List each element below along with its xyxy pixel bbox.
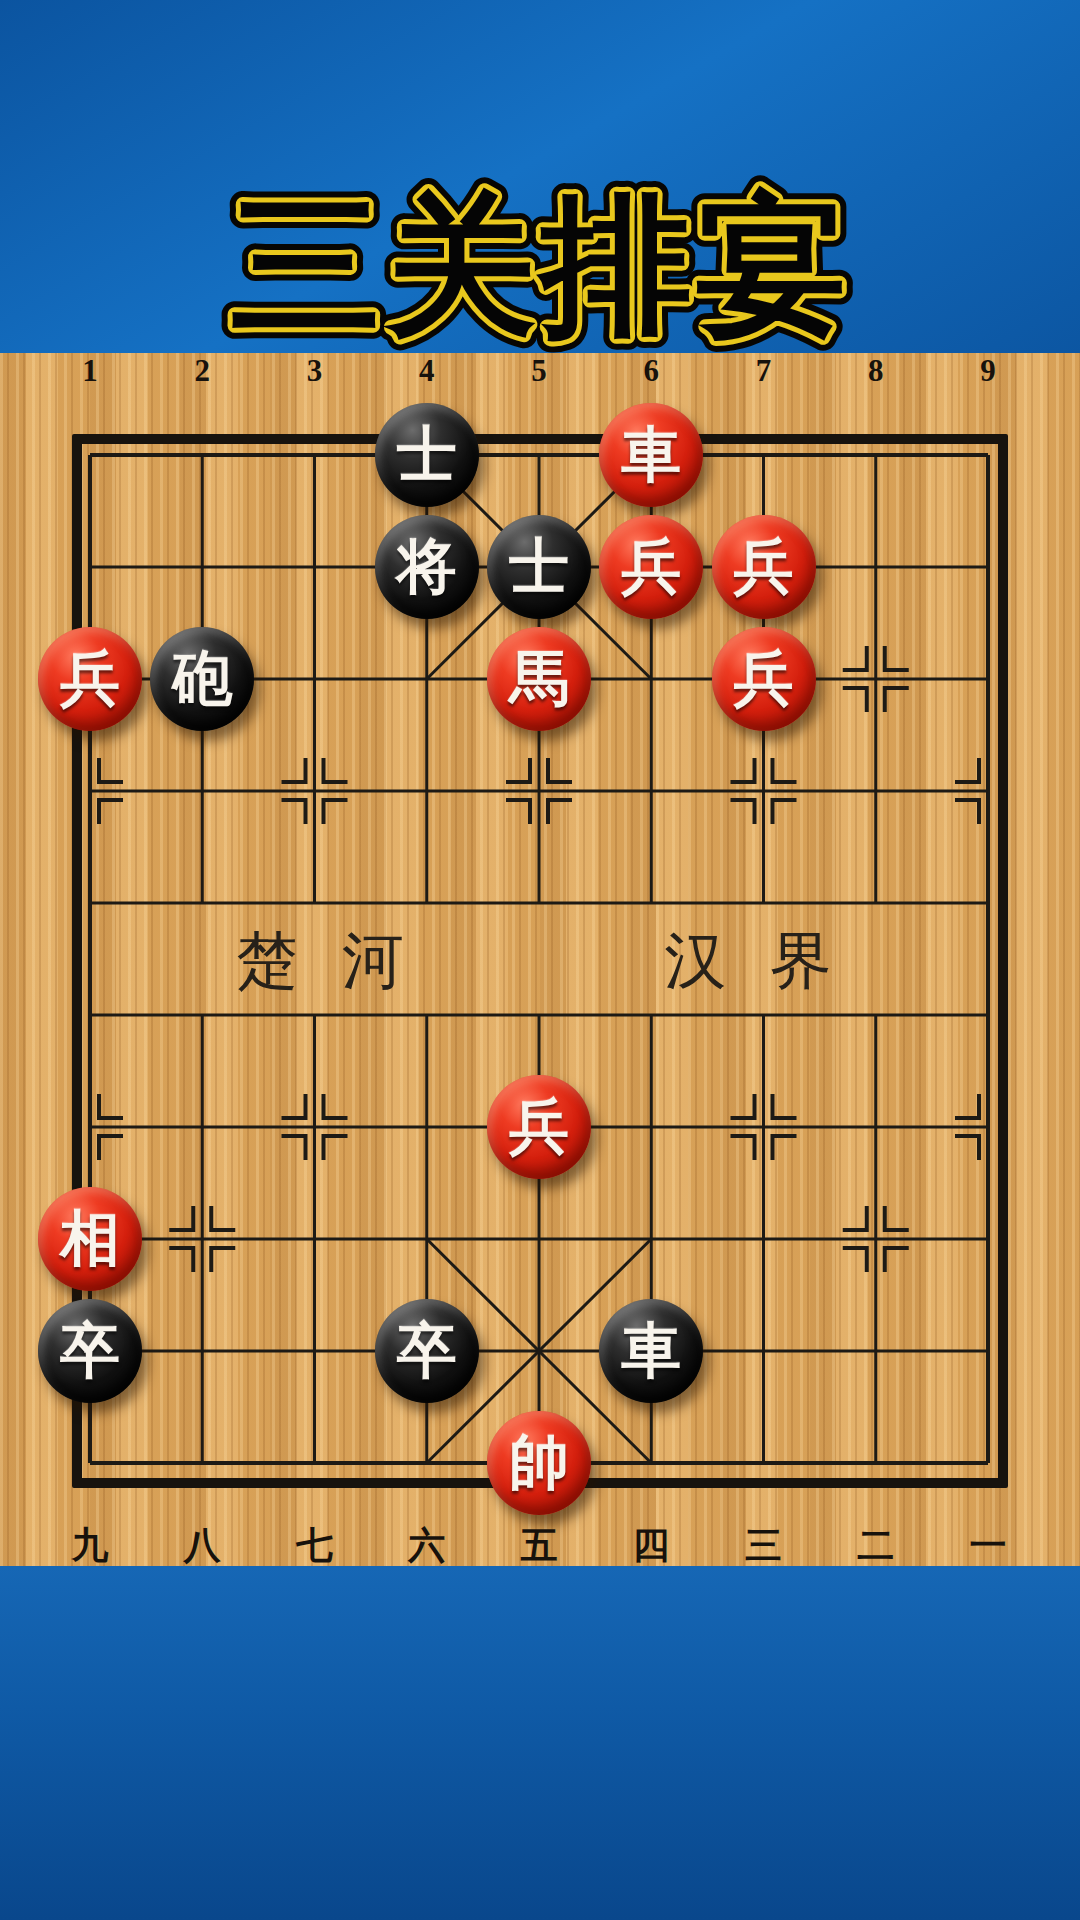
piece-glyph: 卒 — [397, 1321, 457, 1381]
piece-red-兵[interactable]: 兵 — [712, 515, 816, 619]
piece-black-士[interactable]: 士 — [375, 403, 479, 507]
piece-glyph: 将 — [397, 537, 457, 597]
piece-glyph: 兵 — [621, 537, 681, 597]
piece-glyph: 車 — [621, 1321, 681, 1381]
piece-glyph: 士 — [397, 425, 457, 485]
pieces-layer: 士車将士兵兵兵砲馬兵兵相卒卒車帥 — [0, 0, 1080, 1920]
piece-glyph: 卒 — [60, 1321, 120, 1381]
piece-black-士[interactable]: 士 — [487, 515, 591, 619]
piece-black-車[interactable]: 車 — [599, 1299, 703, 1403]
piece-glyph: 馬 — [509, 649, 569, 709]
piece-red-帥[interactable]: 帥 — [487, 1411, 591, 1515]
piece-glyph: 兵 — [734, 537, 794, 597]
piece-glyph: 相 — [60, 1209, 120, 1269]
piece-red-車[interactable]: 車 — [599, 403, 703, 507]
piece-black-卒[interactable]: 卒 — [38, 1299, 142, 1403]
piece-black-砲[interactable]: 砲 — [150, 627, 254, 731]
piece-glyph: 士 — [509, 537, 569, 597]
piece-glyph: 砲 — [172, 649, 232, 709]
piece-glyph: 兵 — [509, 1097, 569, 1157]
piece-red-兵[interactable]: 兵 — [712, 627, 816, 731]
piece-red-兵[interactable]: 兵 — [599, 515, 703, 619]
piece-black-卒[interactable]: 卒 — [375, 1299, 479, 1403]
piece-red-馬[interactable]: 馬 — [487, 627, 591, 731]
piece-glyph: 兵 — [734, 649, 794, 709]
piece-glyph: 車 — [621, 425, 681, 485]
app-screen: 三关排宴 三关排宴 123456789 九八七六五四三二一 楚 河 汉 界 士車… — [0, 0, 1080, 1920]
piece-glyph: 帥 — [509, 1433, 569, 1493]
piece-red-相[interactable]: 相 — [38, 1187, 142, 1291]
piece-red-兵[interactable]: 兵 — [487, 1075, 591, 1179]
piece-black-将[interactable]: 将 — [375, 515, 479, 619]
piece-red-兵[interactable]: 兵 — [38, 627, 142, 731]
piece-glyph: 兵 — [60, 649, 120, 709]
